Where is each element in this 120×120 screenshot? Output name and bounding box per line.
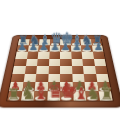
square-d7: ♟ [49,45,60,51]
piece-base-c2 [36,87,46,91]
square-d4 [48,66,60,74]
piece-base-a2 [11,87,22,91]
square-d5 [49,59,61,66]
square-g5 [82,59,94,66]
square-b7: ♟ [28,45,39,51]
square-a7: ♟ [17,45,29,51]
square-c5 [37,59,49,66]
square-c2: ♟ [35,82,48,91]
square-f6 [71,52,82,59]
square-f7: ♟ [71,45,82,51]
square-e4 [60,66,72,74]
piece-base-a1 [9,96,20,100]
square-e6 [60,52,71,59]
square-b4 [24,66,37,74]
square-h6 [92,52,104,59]
piece-base-d1 [48,96,58,100]
piece-base-g1 [87,96,98,100]
piece-base-h2 [99,87,110,91]
chess-board: ♜♞♝♛♚♝♞♜♟♟♟♟♟♟♟♟♟♟♟♟♟♟♟♟♜♞♝♛♚♝♞♜ [0,35,120,107]
near-king-e1: ♚ [60,82,73,102]
piece-base-b2 [23,87,33,91]
square-d6 [49,52,60,59]
square-c3 [35,74,48,82]
square-h5 [93,59,106,66]
piece-base-e1 [61,96,71,100]
board-grid: ♜♞♝♛♚♝♞♜♟♟♟♟♟♟♟♟♟♟♟♟♟♟♟♟♜♞♝♛♚♝♞♜ [7,39,112,100]
piece-base-c1 [35,96,46,100]
square-b2: ♟ [22,82,36,91]
square-c1: ♝ [34,91,48,101]
square-b1: ♞ [21,91,35,101]
square-h7: ♟ [92,45,104,51]
piece-base-d2 [49,87,59,91]
square-h1: ♜ [98,91,113,101]
piece-base-f1 [74,96,85,100]
piece-base-f2 [74,87,84,91]
piece-base-h1 [100,96,111,100]
square-f5 [71,59,83,66]
square-e2: ♟ [60,82,73,91]
square-h4 [95,66,108,74]
square-b5 [26,59,38,66]
square-f3 [72,74,85,82]
square-e5 [60,59,72,66]
square-d1: ♛ [47,91,60,101]
square-f2: ♟ [72,82,85,91]
square-e7: ♟ [60,45,71,51]
square-a3 [11,74,24,82]
square-e1: ♚ [60,91,73,101]
square-d3 [48,74,60,82]
chess-set-photo: ♜♞♝♛♚♝♞♜♟♟♟♟♟♟♟♟♟♟♟♟♟♟♟♟♜♞♝♛♚♝♞♜ [0,0,120,120]
square-h3 [96,74,109,82]
square-d2: ♟ [47,82,60,91]
square-b3 [23,74,36,82]
square-f1: ♝ [73,91,87,101]
square-c6 [38,52,49,59]
piece-base-e2 [61,87,71,91]
square-e3 [60,74,72,82]
square-c4 [36,66,48,74]
square-a4 [13,66,26,74]
square-b6 [27,52,39,59]
piece-base-b1 [22,96,33,100]
piece-base-g2 [86,87,96,91]
photo-scene: ♜♞♝♛♚♝♞♜♟♟♟♟♟♟♟♟♟♟♟♟♟♟♟♟♜♞♝♛♚♝♞♜ [0,0,120,120]
square-f4 [72,66,84,74]
square-c7: ♟ [38,45,49,51]
square-h2: ♟ [97,82,111,91]
square-g2: ♟ [85,82,99,91]
